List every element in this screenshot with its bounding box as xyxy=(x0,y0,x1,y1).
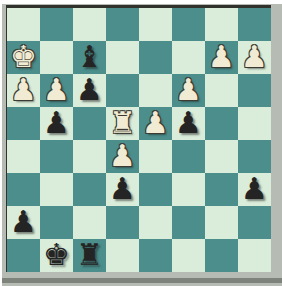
square-d4[interactable]: ♟ xyxy=(106,140,139,173)
square-d8[interactable] xyxy=(106,8,139,41)
square-g3[interactable] xyxy=(205,173,238,206)
square-d7[interactable] xyxy=(106,41,139,74)
chess-diagram: ♚♝♟♟♟♟♟♟♟♜♟♟♟♟♟♟♚♜ xyxy=(0,0,282,286)
black-pawn: ♟ xyxy=(241,174,268,204)
square-f8[interactable] xyxy=(172,8,205,41)
square-d3[interactable]: ♟ xyxy=(106,173,139,206)
square-b2[interactable] xyxy=(40,206,73,239)
square-a3[interactable] xyxy=(7,173,40,206)
white-pawn: ♟ xyxy=(109,141,136,171)
square-h5[interactable] xyxy=(238,107,271,140)
white-rook: ♜ xyxy=(109,108,136,138)
square-b8[interactable] xyxy=(40,8,73,41)
square-e1[interactable] xyxy=(139,239,172,272)
square-h8[interactable] xyxy=(238,8,271,41)
black-pawn: ♟ xyxy=(109,174,136,204)
square-f6[interactable]: ♟ xyxy=(172,74,205,107)
square-d5[interactable]: ♜ xyxy=(106,107,139,140)
square-f4[interactable] xyxy=(172,140,205,173)
black-king: ♚ xyxy=(43,240,70,270)
square-f7[interactable] xyxy=(172,41,205,74)
square-c3[interactable] xyxy=(73,173,106,206)
square-g6[interactable] xyxy=(205,74,238,107)
chess-board: ♚♝♟♟♟♟♟♟♟♜♟♟♟♟♟♟♚♜ xyxy=(6,5,271,272)
square-d6[interactable] xyxy=(106,74,139,107)
square-f2[interactable] xyxy=(172,206,205,239)
square-h4[interactable] xyxy=(238,140,271,173)
square-f5[interactable]: ♟ xyxy=(172,107,205,140)
black-pawn: ♟ xyxy=(175,108,202,138)
square-h1[interactable] xyxy=(238,239,271,272)
square-b1[interactable]: ♚ xyxy=(40,239,73,272)
square-c1[interactable]: ♜ xyxy=(73,239,106,272)
square-a7[interactable]: ♚ xyxy=(7,41,40,74)
black-pawn: ♟ xyxy=(43,108,70,138)
square-c6[interactable]: ♟ xyxy=(73,74,106,107)
white-king: ♚ xyxy=(10,42,37,72)
square-g2[interactable] xyxy=(205,206,238,239)
square-g5[interactable] xyxy=(205,107,238,140)
square-f1[interactable] xyxy=(172,239,205,272)
white-pawn: ♟ xyxy=(241,42,268,72)
square-e6[interactable] xyxy=(139,74,172,107)
square-b6[interactable]: ♟ xyxy=(40,74,73,107)
white-pawn: ♟ xyxy=(10,75,37,105)
square-h2[interactable] xyxy=(238,206,271,239)
square-d1[interactable] xyxy=(106,239,139,272)
square-e2[interactable] xyxy=(139,206,172,239)
square-d2[interactable] xyxy=(106,206,139,239)
square-b3[interactable] xyxy=(40,173,73,206)
square-e5[interactable]: ♟ xyxy=(139,107,172,140)
square-g7[interactable]: ♟ xyxy=(205,41,238,74)
square-a1[interactable] xyxy=(7,239,40,272)
square-f3[interactable] xyxy=(172,173,205,206)
square-h6[interactable] xyxy=(238,74,271,107)
black-bishop: ♝ xyxy=(76,42,103,72)
square-g8[interactable] xyxy=(205,8,238,41)
black-pawn: ♟ xyxy=(10,207,37,237)
square-a2[interactable]: ♟ xyxy=(7,206,40,239)
square-b5[interactable]: ♟ xyxy=(40,107,73,140)
black-pawn: ♟ xyxy=(76,75,103,105)
square-a8[interactable] xyxy=(7,8,40,41)
square-h7[interactable]: ♟ xyxy=(238,41,271,74)
square-c2[interactable] xyxy=(73,206,106,239)
white-pawn: ♟ xyxy=(43,75,70,105)
board-frame-shadow xyxy=(2,278,282,283)
square-c5[interactable] xyxy=(73,107,106,140)
square-e4[interactable] xyxy=(139,140,172,173)
square-a4[interactable] xyxy=(7,140,40,173)
square-g4[interactable] xyxy=(205,140,238,173)
white-pawn: ♟ xyxy=(142,108,169,138)
black-rook: ♜ xyxy=(76,240,103,270)
square-c4[interactable] xyxy=(73,140,106,173)
square-g1[interactable] xyxy=(205,239,238,272)
square-a6[interactable]: ♟ xyxy=(7,74,40,107)
square-c7[interactable]: ♝ xyxy=(73,41,106,74)
square-e8[interactable] xyxy=(139,8,172,41)
white-pawn: ♟ xyxy=(175,75,202,105)
square-b4[interactable] xyxy=(40,140,73,173)
square-e3[interactable] xyxy=(139,173,172,206)
square-e7[interactable] xyxy=(139,41,172,74)
square-h3[interactable]: ♟ xyxy=(238,173,271,206)
square-b7[interactable] xyxy=(40,41,73,74)
square-a5[interactable] xyxy=(7,107,40,140)
square-c8[interactable] xyxy=(73,8,106,41)
white-pawn: ♟ xyxy=(208,42,235,72)
